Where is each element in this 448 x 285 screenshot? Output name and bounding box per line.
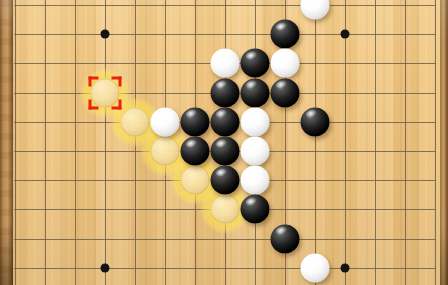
black-stone — [211, 107, 240, 136]
board-cell[interactable] — [180, 253, 210, 282]
board-cell[interactable] — [360, 253, 390, 282]
gomoku-board[interactable] — [0, 0, 448, 282]
board-cell[interactable] — [390, 136, 420, 165]
board-cell[interactable] — [390, 224, 420, 253]
board-cell[interactable] — [30, 78, 60, 107]
board-cell[interactable] — [270, 253, 300, 282]
board-cell[interactable] — [180, 107, 210, 136]
board-cell[interactable] — [420, 166, 448, 195]
board-cell[interactable] — [330, 136, 360, 165]
ghost-stone — [151, 136, 180, 165]
board-cell[interactable] — [60, 166, 90, 195]
board-cell[interactable] — [270, 136, 300, 165]
board-cell[interactable] — [390, 253, 420, 282]
board-cell[interactable] — [120, 49, 150, 78]
board-cell[interactable] — [60, 195, 90, 224]
board-cell[interactable] — [30, 0, 60, 20]
board-cell[interactable] — [0, 20, 30, 49]
board-cell[interactable] — [0, 136, 30, 165]
board-cell[interactable] — [420, 195, 448, 224]
board-cell[interactable] — [60, 253, 90, 282]
board-cell[interactable] — [420, 0, 448, 20]
black-stone — [271, 224, 300, 253]
board-cell[interactable] — [240, 253, 270, 282]
board-cell[interactable] — [90, 224, 120, 253]
board-cell[interactable] — [210, 49, 240, 78]
board-cell[interactable] — [240, 224, 270, 253]
ghost-stone — [121, 107, 150, 136]
board-cell[interactable] — [0, 107, 30, 136]
board-cell[interactable] — [300, 107, 330, 136]
black-stone — [181, 136, 210, 165]
board-cell[interactable] — [30, 107, 60, 136]
board-cell[interactable] — [330, 20, 360, 49]
board-cell[interactable] — [390, 107, 420, 136]
board-cell[interactable] — [90, 78, 120, 107]
board-cell[interactable] — [420, 136, 448, 165]
black-stone — [241, 195, 270, 224]
board-cell[interactable] — [180, 20, 210, 49]
board-cell[interactable] — [60, 49, 90, 78]
board-cell[interactable] — [60, 20, 90, 49]
board-cell[interactable] — [30, 253, 60, 282]
board-cell[interactable] — [150, 20, 180, 49]
black-stone — [211, 136, 240, 165]
board-cell[interactable] — [30, 195, 60, 224]
board-cell[interactable] — [90, 136, 120, 165]
white-stone — [241, 107, 270, 136]
board-cell[interactable] — [210, 20, 240, 49]
board-cell[interactable] — [270, 20, 300, 49]
board-cell[interactable] — [330, 253, 360, 282]
board-cell[interactable] — [360, 166, 390, 195]
board-cell[interactable] — [180, 78, 210, 107]
board-cell[interactable] — [330, 195, 360, 224]
white-stone — [241, 166, 270, 195]
board-cell[interactable] — [270, 107, 300, 136]
board-cell[interactable] — [30, 20, 60, 49]
board-cell[interactable] — [330, 49, 360, 78]
board-cell[interactable] — [60, 224, 90, 253]
board-cell[interactable] — [90, 195, 120, 224]
star-point — [101, 30, 110, 39]
board-cell[interactable] — [300, 136, 330, 165]
board-cell[interactable] — [180, 224, 210, 253]
black-stone — [241, 78, 270, 107]
board-cell[interactable] — [240, 78, 270, 107]
board-cell[interactable] — [360, 195, 390, 224]
board-cell[interactable] — [30, 49, 60, 78]
black-stone — [241, 49, 270, 78]
board-cell[interactable] — [270, 0, 300, 20]
board-cell[interactable] — [360, 49, 390, 78]
board-cell[interactable] — [150, 78, 180, 107]
board-cell[interactable] — [420, 224, 448, 253]
star-point — [101, 263, 110, 272]
board-cell[interactable] — [240, 20, 270, 49]
board-cell[interactable] — [0, 49, 30, 78]
white-stone — [241, 136, 270, 165]
board-cell[interactable] — [390, 49, 420, 78]
black-stone — [271, 78, 300, 107]
black-stone — [181, 107, 210, 136]
board-cell[interactable] — [180, 166, 210, 195]
board-cell[interactable] — [0, 224, 30, 253]
board-cell[interactable] — [420, 20, 448, 49]
ghost-stone — [181, 166, 210, 195]
white-stone — [271, 49, 300, 78]
board-cell[interactable] — [150, 0, 180, 20]
board-cell[interactable] — [300, 224, 330, 253]
board-cell[interactable] — [330, 166, 360, 195]
board-cell[interactable] — [90, 20, 120, 49]
gomoku-app-screen — [0, 0, 448, 285]
board-cell[interactable] — [420, 78, 448, 107]
board-cell[interactable] — [150, 253, 180, 282]
black-stone — [211, 166, 240, 195]
black-stone — [301, 107, 330, 136]
star-point — [341, 30, 350, 39]
board-cell[interactable] — [390, 195, 420, 224]
board-cell[interactable] — [390, 166, 420, 195]
board-cell[interactable] — [120, 195, 150, 224]
board-cell[interactable] — [210, 253, 240, 282]
board-cell[interactable] — [300, 166, 330, 195]
board-cell[interactable] — [360, 136, 390, 165]
board-cell[interactable] — [120, 224, 150, 253]
board-cell[interactable] — [0, 195, 30, 224]
board-cell[interactable] — [420, 253, 448, 282]
board-cell[interactable] — [120, 20, 150, 49]
board-cell[interactable] — [210, 136, 240, 165]
board-cell[interactable] — [330, 107, 360, 136]
board-cell[interactable] — [300, 0, 330, 20]
board-cell[interactable] — [390, 20, 420, 49]
board-cell[interactable] — [390, 0, 420, 20]
board-cell[interactable] — [360, 107, 390, 136]
board-cell[interactable] — [390, 78, 420, 107]
white-stone — [151, 107, 180, 136]
black-stone — [271, 20, 300, 49]
white-stone — [301, 0, 330, 20]
board-cell[interactable] — [210, 107, 240, 136]
board-cell[interactable] — [120, 0, 150, 20]
board-cell[interactable] — [330, 224, 360, 253]
board-cell[interactable] — [120, 107, 150, 136]
board-cell[interactable] — [90, 253, 120, 282]
board-cell[interactable] — [360, 0, 390, 20]
board-cell[interactable] — [240, 195, 270, 224]
board-cell[interactable] — [0, 78, 30, 107]
board-cell[interactable] — [300, 20, 330, 49]
ghost-stone — [211, 195, 240, 224]
board-cell[interactable] — [150, 136, 180, 165]
star-point — [341, 263, 350, 272]
board-cell[interactable] — [90, 166, 120, 195]
board-cell[interactable] — [330, 78, 360, 107]
board-cell[interactable] — [150, 49, 180, 78]
board-cell[interactable] — [150, 224, 180, 253]
board-cell[interactable] — [270, 224, 300, 253]
white-stone — [301, 253, 330, 282]
board-cell[interactable] — [60, 107, 90, 136]
board-cell[interactable] — [60, 0, 90, 20]
board-cell[interactable] — [360, 224, 390, 253]
white-stone — [211, 49, 240, 78]
board-cell[interactable] — [270, 166, 300, 195]
board-cell[interactable] — [240, 136, 270, 165]
board-cell[interactable] — [300, 195, 330, 224]
board-cell[interactable] — [270, 78, 300, 107]
board-cell[interactable] — [30, 166, 60, 195]
board-cell[interactable] — [60, 136, 90, 165]
board-cell[interactable] — [0, 0, 30, 20]
board-cell[interactable] — [0, 166, 30, 195]
board-cell[interactable] — [360, 78, 390, 107]
board-cell[interactable] — [300, 253, 330, 282]
board-cell[interactable] — [180, 0, 210, 20]
board-cell[interactable] — [30, 136, 60, 165]
board-cell[interactable] — [240, 107, 270, 136]
board-cell[interactable] — [90, 0, 120, 20]
board-cell[interactable] — [240, 166, 270, 195]
board-cell[interactable] — [150, 195, 180, 224]
board-cell[interactable] — [120, 253, 150, 282]
board-cell[interactable] — [240, 49, 270, 78]
board-cell[interactable] — [210, 195, 240, 224]
board-cell[interactable] — [330, 0, 360, 20]
board-cell[interactable] — [210, 78, 240, 107]
board-cell[interactable] — [420, 107, 448, 136]
board-cell[interactable] — [420, 49, 448, 78]
board-cell[interactable] — [210, 0, 240, 20]
board-cell[interactable] — [270, 49, 300, 78]
suggested-move-marker — [89, 76, 122, 109]
black-stone — [211, 78, 240, 107]
board-cell[interactable] — [240, 0, 270, 20]
board-cell[interactable] — [120, 166, 150, 195]
board-cell[interactable] — [360, 20, 390, 49]
board-cell[interactable] — [180, 49, 210, 78]
board-cell[interactable] — [300, 49, 330, 78]
board-cell[interactable] — [30, 224, 60, 253]
board-cell[interactable] — [300, 78, 330, 107]
board-cell[interactable] — [270, 195, 300, 224]
board-cell[interactable] — [0, 253, 30, 282]
